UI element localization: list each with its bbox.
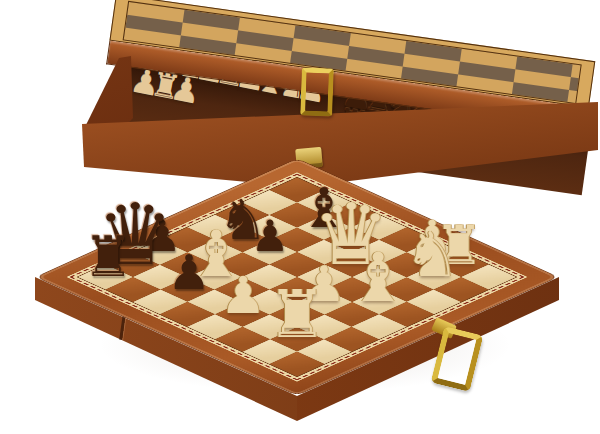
chess-set-photo: ♟♝♞♟♜♟♝♞♟♟♜♟ ♟♜♞♟♛♟♞♟♜♝♟♜♟♟ ♝♞♟♟♟♛♛♜♜♝♞♟… <box>0 0 600 434</box>
chess-piece-w-b[interactable]: ♝ <box>348 243 409 311</box>
chess-piece-w-r[interactable]: ♜ <box>267 282 326 348</box>
piece-layer: ♝♞♟♟♟♛♛♜♜♝♞♟♟♝♟♜ <box>0 0 600 434</box>
chess-piece-w-p[interactable]: ♟ <box>220 270 266 321</box>
chess-piece-b-p[interactable]: ♟ <box>167 248 210 296</box>
chess-piece-w-n[interactable]: ♞ <box>404 224 460 286</box>
chess-piece-b-r[interactable]: ♜ <box>83 229 133 285</box>
chess-piece-b-p[interactable]: ♟ <box>251 215 290 258</box>
